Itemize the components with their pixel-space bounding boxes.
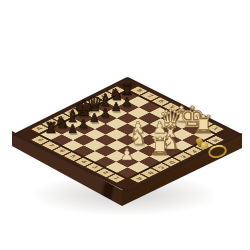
brass-latch-icon — [201, 142, 208, 149]
chess-set-photo: 87654321 87654321 HGFEDCBA HGFEDCBA ♜♞♝♚… — [0, 0, 250, 250]
